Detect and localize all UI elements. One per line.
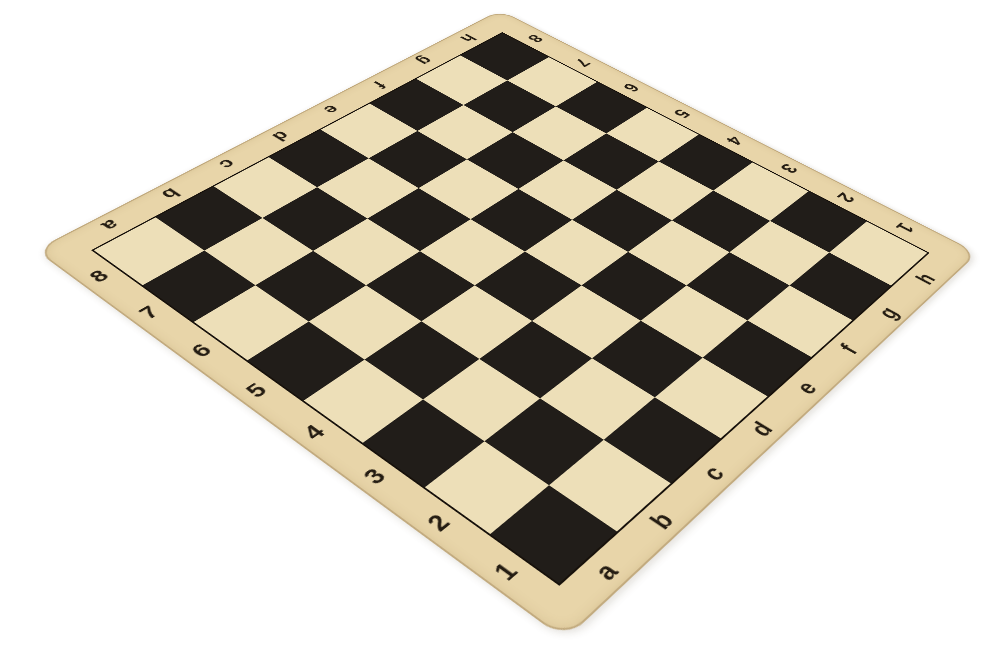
board-grid	[91, 32, 930, 586]
product-photo-stage: aa88bb77cc66dd55ee44ff33gg22hh11	[0, 0, 1000, 669]
vinyl-chess-mat: aa88bb77cc66dd55ee44ff33gg22hh11	[35, 10, 978, 640]
